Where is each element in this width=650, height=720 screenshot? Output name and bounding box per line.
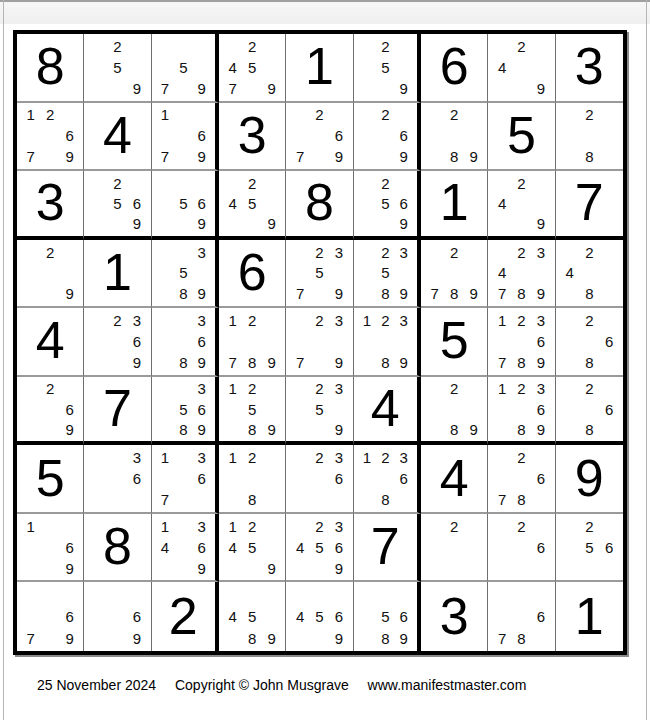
pencil-mark-4: 4 <box>492 193 511 213</box>
pencil-marks: 268 <box>556 308 623 375</box>
solved-digit: 3 <box>440 590 469 642</box>
pencil-mark-9: 9 <box>60 419 79 439</box>
pencil-slot-empty <box>395 173 413 193</box>
solved-digit: 7 <box>103 382 132 434</box>
pencil-slot-empty <box>21 125 40 146</box>
pencil-mark-9: 9 <box>329 283 348 304</box>
pencil-slot-empty <box>174 537 192 558</box>
pencil-mark-2: 2 <box>579 310 599 331</box>
pencil-slot-empty <box>242 213 261 233</box>
pencil-slot-empty <box>310 584 329 606</box>
pencil-mark-2: 2 <box>108 36 127 57</box>
pencil-mark-7: 7 <box>156 78 174 99</box>
pencil-mark-9: 9 <box>193 558 211 579</box>
pencil-slot-empty <box>599 242 619 263</box>
pencil-mark-9: 9 <box>127 352 146 373</box>
pencil-marks: 12679 <box>17 103 83 170</box>
pencil-slot-empty <box>21 263 40 284</box>
pencil-mark-5: 5 <box>174 193 192 213</box>
pencil-slot-empty <box>88 489 107 510</box>
pencil-marks: 579 <box>152 34 215 101</box>
cell-r6c7: 289 <box>421 377 488 446</box>
cell-r9c9: 1 <box>556 582 623 651</box>
cell-r4c8: 234789 <box>488 240 555 309</box>
pencil-slot-empty <box>21 584 40 606</box>
pencil-mark-6: 6 <box>127 193 146 213</box>
cell-r5c8: 1236789 <box>488 308 555 377</box>
pencil-mark-8: 8 <box>444 283 463 304</box>
pencil-slot-empty <box>156 57 174 78</box>
pencil-mark-2: 2 <box>579 379 599 399</box>
pencil-mark-5: 5 <box>174 263 192 284</box>
pencil-slot-empty <box>88 352 107 373</box>
pencil-mark-3: 3 <box>329 242 348 263</box>
pencil-slot-empty <box>599 146 619 167</box>
pencil-slot-empty <box>223 213 242 233</box>
cell-r8c1: 169 <box>17 514 84 583</box>
pencil-slot-empty <box>531 193 550 213</box>
pencil-slot-empty <box>512 468 531 489</box>
pencil-mark-6: 6 <box>193 399 211 419</box>
pencil-marks: 678 <box>488 582 554 651</box>
pencil-mark-7: 7 <box>21 627 40 649</box>
pencil-mark-5: 5 <box>242 606 261 628</box>
pencil-mark-9: 9 <box>395 213 413 233</box>
pencil-slot-empty <box>560 331 580 352</box>
pencil-slot-empty <box>108 627 127 649</box>
cell-r7c8: 2678 <box>488 445 555 514</box>
pencil-slot-empty <box>40 399 59 419</box>
pencil-slot-empty <box>310 419 329 439</box>
pencil-slot-empty <box>40 627 59 649</box>
pencil-slot-empty <box>464 125 483 146</box>
pencil-slot-empty <box>425 419 444 439</box>
pencil-marks: 268 <box>556 377 623 442</box>
pencil-marks: 29 <box>17 240 83 307</box>
cell-r1c2: 259 <box>84 34 151 103</box>
cell-r1c1: 8 <box>17 34 84 103</box>
pencil-slot-empty <box>376 584 394 606</box>
pencil-slot-empty <box>193 173 211 193</box>
pencil-slot-empty <box>88 468 107 489</box>
pencil-slot-empty <box>512 263 531 284</box>
cell-r8c9: 256 <box>556 514 623 583</box>
pencil-slot-empty <box>599 379 619 399</box>
pencil-mark-1: 1 <box>492 310 511 331</box>
pencil-mark-7: 7 <box>492 627 511 649</box>
pencil-mark-5: 5 <box>174 399 192 419</box>
pencil-slot-empty <box>60 242 79 263</box>
pencil-slot-empty <box>60 105 79 126</box>
pencil-mark-7: 7 <box>492 489 511 510</box>
pencil-mark-2: 2 <box>40 105 59 126</box>
pencil-mark-7: 7 <box>223 78 242 99</box>
pencil-slot-empty <box>223 489 242 510</box>
pencil-slot-empty <box>310 352 329 373</box>
cell-r7c4: 128 <box>219 445 286 514</box>
pencil-slot-empty <box>60 379 79 399</box>
pencil-mark-9: 9 <box>395 146 413 167</box>
cell-r8c2: 8 <box>84 514 151 583</box>
pencil-slot-empty <box>40 283 59 304</box>
solved-digit: 4 <box>103 109 132 161</box>
pencil-mark-4: 4 <box>223 57 242 78</box>
pencil-mark-9: 9 <box>262 558 281 579</box>
pencil-mark-2: 2 <box>310 447 329 468</box>
pencil-slot-empty <box>156 558 174 579</box>
pencil-slot-empty <box>174 146 192 167</box>
pencil-slot-empty <box>88 36 107 57</box>
pencil-slot-empty <box>223 558 242 579</box>
pencil-slot-empty <box>174 242 192 263</box>
pencil-mark-3: 3 <box>127 310 146 331</box>
cell-r2c2: 4 <box>84 103 151 172</box>
pencil-slot-empty <box>444 263 463 284</box>
pencil-slot-empty <box>425 263 444 284</box>
pencil-mark-9: 9 <box>193 283 211 304</box>
pencil-slot-empty <box>156 193 174 213</box>
pencil-slot-empty <box>88 447 107 468</box>
pencil-mark-8: 8 <box>242 627 261 649</box>
pencil-slot-empty <box>108 78 127 99</box>
cell-r6c5: 2359 <box>286 377 353 446</box>
pencil-slot-empty <box>262 193 281 213</box>
solved-digit: 1 <box>305 40 334 92</box>
pencil-mark-8: 8 <box>174 283 192 304</box>
pencil-marks: 36 <box>84 445 150 512</box>
cell-r2c5: 2679 <box>286 103 353 172</box>
pencil-marks: 2679 <box>286 103 352 170</box>
pencil-slot-empty <box>174 379 192 399</box>
pencil-slot-empty <box>599 310 619 331</box>
pencil-marks: 269 <box>354 103 417 170</box>
pencil-slot-empty <box>492 584 511 606</box>
pencil-mark-3: 3 <box>395 447 413 468</box>
pencil-slot-empty <box>358 627 376 649</box>
pencil-mark-3: 3 <box>395 242 413 263</box>
cell-r6c8: 123689 <box>488 377 555 446</box>
pencil-mark-6: 6 <box>193 125 211 146</box>
pencil-slot-empty <box>156 352 174 373</box>
pencil-slot-empty <box>156 213 174 233</box>
pencil-mark-7: 7 <box>492 283 511 304</box>
pencil-mark-9: 9 <box>60 283 79 304</box>
pencil-slot-empty <box>492 558 511 579</box>
pencil-mark-1: 1 <box>156 516 174 537</box>
pencil-mark-3: 3 <box>193 447 211 468</box>
pencil-mark-1: 1 <box>156 105 174 126</box>
pencil-slot-empty <box>395 105 413 126</box>
pencil-slot-empty <box>21 379 40 399</box>
pencil-marks: 12459 <box>219 514 285 581</box>
pencil-mark-2: 2 <box>108 310 127 331</box>
pencil-mark-1: 1 <box>21 516 40 537</box>
pencil-slot-empty <box>156 399 174 419</box>
pencil-slot-empty <box>560 379 580 399</box>
pencil-mark-3: 3 <box>531 310 550 331</box>
pencil-slot-empty <box>262 537 281 558</box>
pencil-marks: 4589 <box>219 582 285 651</box>
solved-digit: 1 <box>103 246 132 298</box>
pencil-slot-empty <box>492 78 511 99</box>
pencil-mark-4: 4 <box>560 263 580 284</box>
pencil-mark-2: 2 <box>376 310 394 331</box>
pencil-mark-6: 6 <box>329 468 348 489</box>
pencil-slot-empty <box>560 419 580 439</box>
pencil-slot-empty <box>310 558 329 579</box>
pencil-slot-empty <box>88 57 107 78</box>
cell-r9c8: 678 <box>488 582 555 651</box>
cell-r1c9: 3 <box>556 34 623 103</box>
pencil-mark-3: 3 <box>193 516 211 537</box>
pencil-mark-6: 6 <box>395 468 413 489</box>
pencil-mark-8: 8 <box>174 419 192 439</box>
pencil-slot-empty <box>599 283 619 304</box>
pencil-mark-6: 6 <box>60 399 79 419</box>
pencil-slot-empty <box>464 242 483 263</box>
pencil-mark-9: 9 <box>127 78 146 99</box>
pencil-mark-3: 3 <box>193 242 211 263</box>
pencil-slot-empty <box>425 399 444 419</box>
pencil-slot-empty <box>156 468 174 489</box>
pencil-slot-empty <box>174 558 192 579</box>
cell-r2c4: 3 <box>219 103 286 172</box>
pencil-mark-1: 1 <box>223 310 242 331</box>
pencil-slot-empty <box>599 352 619 373</box>
pencil-slot-empty <box>174 310 192 331</box>
pencil-marks: 2569 <box>84 171 150 236</box>
pencil-slot-empty <box>512 584 531 606</box>
pencil-slot-empty <box>262 489 281 510</box>
pencil-slot-empty <box>127 173 146 193</box>
pencil-slot-empty <box>464 537 483 558</box>
pencil-mark-6: 6 <box>127 331 146 352</box>
pencil-slot-empty <box>40 419 59 439</box>
pencil-mark-6: 6 <box>127 468 146 489</box>
pencil-mark-9: 9 <box>464 146 483 167</box>
pencil-slot-empty <box>88 173 107 193</box>
pencil-mark-2: 2 <box>579 242 599 263</box>
pencil-slot-empty <box>262 310 281 331</box>
pencil-slot-empty <box>40 606 59 628</box>
pencil-slot-empty <box>193 489 211 510</box>
pencil-slot-empty <box>108 447 127 468</box>
pencil-mark-2: 2 <box>512 36 531 57</box>
cell-r6c2: 7 <box>84 377 151 446</box>
cell-r5c3: 3689 <box>152 308 219 377</box>
pencil-mark-4: 4 <box>290 606 309 628</box>
pencil-slot-empty <box>223 36 242 57</box>
cell-r6c3: 35689 <box>152 377 219 446</box>
pencil-slot-empty <box>290 379 309 399</box>
pencil-slot-empty <box>242 584 261 606</box>
pencil-slot-empty <box>242 468 261 489</box>
pencil-mark-5: 5 <box>108 193 127 213</box>
pencil-slot-empty <box>262 447 281 468</box>
pencil-marks: 289 <box>421 377 487 442</box>
pencil-slot-empty <box>40 516 59 537</box>
pencil-mark-8: 8 <box>242 489 261 510</box>
cell-r7c6: 12368 <box>354 445 421 514</box>
pencil-slot-empty <box>290 447 309 468</box>
pencil-marks: 269 <box>17 377 83 442</box>
cell-r9c4: 4589 <box>219 582 286 651</box>
pencil-slot-empty <box>512 558 531 579</box>
solved-digit: 5 <box>507 109 536 161</box>
pencil-slot-empty <box>579 399 599 419</box>
pencil-slot-empty <box>358 331 376 352</box>
cell-r5c5: 2379 <box>286 308 353 377</box>
pencil-slot-empty <box>290 558 309 579</box>
pencil-mark-2: 2 <box>242 36 261 57</box>
pencil-slot-empty <box>560 352 580 373</box>
pencil-slot-empty <box>108 489 127 510</box>
pencil-slot-empty <box>329 263 348 284</box>
pencil-marks: 679 <box>17 582 83 651</box>
pencil-mark-8: 8 <box>376 627 394 649</box>
pencil-mark-9: 9 <box>531 78 550 99</box>
pencil-slot-empty <box>512 57 531 78</box>
pencil-mark-7: 7 <box>156 489 174 510</box>
pencil-slot-empty <box>40 558 59 579</box>
pencil-mark-4: 4 <box>492 263 511 284</box>
pencil-marks: 2459 <box>219 171 285 236</box>
pencil-slot-empty <box>290 489 309 510</box>
pencil-slot-empty <box>290 468 309 489</box>
pencil-slot-empty <box>492 419 511 439</box>
pencil-marks: 69 <box>84 582 150 651</box>
sudoku-board: 8259579245791259624931267941679326792692… <box>13 30 627 655</box>
pencil-slot-empty <box>560 537 580 558</box>
pencil-marks: 2379 <box>286 308 352 375</box>
footer-date: 25 November 2024 <box>37 677 156 693</box>
pencil-mark-9: 9 <box>329 146 348 167</box>
pencil-mark-9: 9 <box>395 78 413 99</box>
pencil-slot-empty <box>358 584 376 606</box>
pencil-slot-empty <box>464 379 483 399</box>
pencil-slot-empty <box>242 558 261 579</box>
pencil-mark-9: 9 <box>60 627 79 649</box>
pencil-slot-empty <box>290 331 309 352</box>
pencil-mark-2: 2 <box>108 173 127 193</box>
pencil-slot-empty <box>531 263 550 284</box>
cell-r3c6: 2569 <box>354 171 421 240</box>
pencil-mark-2: 2 <box>242 447 261 468</box>
pencil-slot-empty <box>492 242 511 263</box>
cell-r5c4: 12789 <box>219 308 286 377</box>
solved-digit: 1 <box>440 176 469 228</box>
pencil-mark-2: 2 <box>40 379 59 399</box>
pencil-mark-8: 8 <box>376 283 394 304</box>
pencil-mark-7: 7 <box>290 146 309 167</box>
pencil-slot-empty <box>156 125 174 146</box>
pencil-mark-9: 9 <box>329 419 348 439</box>
pencil-mark-9: 9 <box>531 283 550 304</box>
pencil-slot-empty <box>88 331 107 352</box>
pencil-slot-empty <box>512 537 531 558</box>
pencil-mark-2: 2 <box>444 242 463 263</box>
pencil-marks: 259 <box>84 34 150 101</box>
cell-r8c6: 7 <box>354 514 421 583</box>
pencil-slot-empty <box>21 419 40 439</box>
solved-digit: 6 <box>238 246 267 298</box>
pencil-slot-empty <box>290 584 309 606</box>
pencil-mark-3: 3 <box>329 447 348 468</box>
pencil-slot-empty <box>395 263 413 284</box>
pencil-mark-7: 7 <box>425 283 444 304</box>
cell-r1c3: 579 <box>152 34 219 103</box>
pencil-marks: 234789 <box>488 240 554 307</box>
solved-digit: 4 <box>371 382 400 434</box>
pencil-slot-empty <box>512 606 531 628</box>
pencil-slot-empty <box>492 36 511 57</box>
cell-r4c1: 29 <box>17 240 84 309</box>
pencil-slot-empty <box>512 78 531 99</box>
pencil-slot-empty <box>329 105 348 126</box>
pencil-mark-6: 6 <box>329 606 348 628</box>
pencil-marks: 23579 <box>286 240 352 307</box>
pencil-mark-9: 9 <box>329 627 348 649</box>
pencil-mark-4: 4 <box>223 193 242 213</box>
pencil-mark-6: 6 <box>531 399 550 419</box>
pencil-mark-6: 6 <box>329 537 348 558</box>
cell-r4c4: 6 <box>219 240 286 309</box>
pencil-mark-5: 5 <box>242 537 261 558</box>
pencil-marks: 3689 <box>152 308 215 375</box>
pencil-slot-empty <box>174 125 192 146</box>
pencil-slot-empty <box>223 331 242 352</box>
cell-r6c6: 4 <box>354 377 421 446</box>
pencil-marks: 249 <box>488 171 554 236</box>
pencil-mark-3: 3 <box>329 379 348 399</box>
pencil-mark-9: 9 <box>464 283 483 304</box>
pencil-slot-empty <box>560 105 580 126</box>
pencil-slot-empty <box>310 468 329 489</box>
pencil-mark-6: 6 <box>395 125 413 146</box>
pencil-slot-empty <box>329 399 348 419</box>
cell-r5c6: 12389 <box>354 308 421 377</box>
pencil-mark-2: 2 <box>376 447 394 468</box>
pencil-slot-empty <box>193 36 211 57</box>
pencil-mark-9: 9 <box>531 419 550 439</box>
pencil-marks: 12389 <box>354 308 417 375</box>
pencil-mark-8: 8 <box>376 352 394 373</box>
cell-r7c7: 4 <box>421 445 488 514</box>
pencil-slot-empty <box>310 331 329 352</box>
pencil-mark-1: 1 <box>223 379 242 399</box>
pencil-slot-empty <box>579 263 599 284</box>
pencil-marks: 123689 <box>488 377 554 442</box>
pencil-mark-9: 9 <box>262 78 281 99</box>
pencil-marks: 12368 <box>354 445 417 512</box>
window-left-border <box>3 0 4 720</box>
window-header <box>0 0 650 24</box>
pencil-slot-empty <box>599 263 619 284</box>
pencil-mark-2: 2 <box>512 447 531 468</box>
pencil-mark-6: 6 <box>599 399 619 419</box>
pencil-slot-empty <box>21 558 40 579</box>
pencil-marks: 249 <box>488 34 554 101</box>
solved-digit: 7 <box>575 176 604 228</box>
pencil-slot-empty <box>290 263 309 284</box>
pencil-slot-empty <box>242 78 261 99</box>
pencil-slot-empty <box>21 242 40 263</box>
pencil-slot-empty <box>156 173 174 193</box>
pencil-mark-6: 6 <box>329 125 348 146</box>
pencil-slot-empty <box>21 283 40 304</box>
pencil-mark-8: 8 <box>444 146 463 167</box>
pencil-slot-empty <box>108 606 127 628</box>
